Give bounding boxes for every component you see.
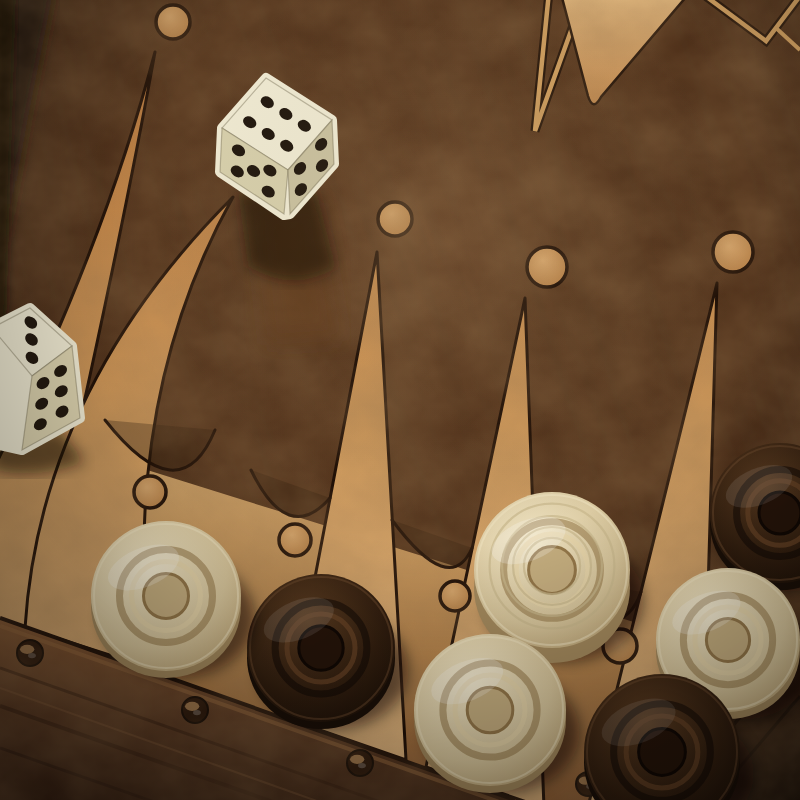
backgammon-board-photo <box>0 0 800 800</box>
photo-stage <box>0 0 800 800</box>
vignette <box>0 0 800 800</box>
